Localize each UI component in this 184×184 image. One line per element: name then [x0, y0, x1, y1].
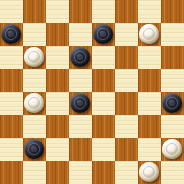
square-r0c3[interactable]: [69, 0, 92, 23]
square-r0c4: [92, 0, 115, 23]
black-man-piece[interactable]: [24, 139, 44, 159]
square-r0c7[interactable]: [161, 0, 184, 23]
square-r0c5[interactable]: [115, 0, 138, 23]
black-man-piece[interactable]: [162, 93, 182, 113]
square-r6c3[interactable]: [69, 138, 92, 161]
piece-groove: [28, 51, 40, 63]
square-r3c1: [23, 69, 46, 92]
black-man-piece[interactable]: [70, 47, 90, 67]
square-r5c4[interactable]: [92, 115, 115, 138]
square-r7c3: [69, 161, 92, 184]
square-r5c1: [23, 115, 46, 138]
square-r0c6: [138, 0, 161, 23]
white-man-piece[interactable]: [24, 47, 44, 67]
square-r5c6[interactable]: [138, 115, 161, 138]
square-r7c6[interactable]: [138, 161, 161, 184]
square-r5c3: [69, 115, 92, 138]
square-r4c3[interactable]: [69, 92, 92, 115]
square-r0c0: [0, 0, 23, 23]
piece-groove: [5, 28, 17, 40]
square-r3c3: [69, 69, 92, 92]
square-r5c7: [161, 115, 184, 138]
black-man-piece[interactable]: [93, 24, 113, 44]
square-r4c2: [46, 92, 69, 115]
square-r0c1[interactable]: [23, 0, 46, 23]
piece-groove: [97, 28, 109, 40]
square-r4c1[interactable]: [23, 92, 46, 115]
square-r1c2[interactable]: [46, 23, 69, 46]
square-r2c4: [92, 46, 115, 69]
square-r4c0: [0, 92, 23, 115]
square-r3c5: [115, 69, 138, 92]
square-r2c0: [0, 46, 23, 69]
square-r6c7[interactable]: [161, 138, 184, 161]
square-r4c4: [92, 92, 115, 115]
square-r5c0[interactable]: [0, 115, 23, 138]
square-r3c4[interactable]: [92, 69, 115, 92]
square-r3c7: [161, 69, 184, 92]
square-r6c1[interactable]: [23, 138, 46, 161]
white-man-piece[interactable]: [24, 93, 44, 113]
square-r1c0[interactable]: [0, 23, 23, 46]
square-r5c5: [115, 115, 138, 138]
white-man-piece[interactable]: [139, 162, 159, 182]
piece-groove: [166, 143, 178, 155]
square-r2c5[interactable]: [115, 46, 138, 69]
square-r0c2: [46, 0, 69, 23]
piece-groove: [74, 51, 86, 63]
square-r6c6: [138, 138, 161, 161]
piece-groove: [143, 28, 155, 40]
checkers-board: [0, 0, 184, 184]
square-r4c7[interactable]: [161, 92, 184, 115]
square-r2c6: [138, 46, 161, 69]
white-man-piece[interactable]: [139, 24, 159, 44]
square-r7c4[interactable]: [92, 161, 115, 184]
square-r7c7: [161, 161, 184, 184]
square-r7c0[interactable]: [0, 161, 23, 184]
square-r1c4[interactable]: [92, 23, 115, 46]
square-r7c5: [115, 161, 138, 184]
square-r2c3[interactable]: [69, 46, 92, 69]
piece-groove: [143, 166, 155, 178]
square-r6c4: [92, 138, 115, 161]
black-man-piece[interactable]: [1, 24, 21, 44]
square-r1c6[interactable]: [138, 23, 161, 46]
square-r6c0: [0, 138, 23, 161]
square-r7c1: [23, 161, 46, 184]
piece-groove: [28, 143, 40, 155]
white-man-piece[interactable]: [162, 139, 182, 159]
square-r1c7: [161, 23, 184, 46]
square-r1c1: [23, 23, 46, 46]
square-r3c2[interactable]: [46, 69, 69, 92]
square-r3c0[interactable]: [0, 69, 23, 92]
square-r3c6[interactable]: [138, 69, 161, 92]
piece-groove: [166, 97, 178, 109]
piece-groove: [28, 97, 40, 109]
square-r1c5: [115, 23, 138, 46]
square-r2c1[interactable]: [23, 46, 46, 69]
square-r6c5[interactable]: [115, 138, 138, 161]
black-man-piece[interactable]: [70, 93, 90, 113]
square-r5c2[interactable]: [46, 115, 69, 138]
square-r2c2: [46, 46, 69, 69]
square-r4c6: [138, 92, 161, 115]
square-r2c7[interactable]: [161, 46, 184, 69]
square-r7c2[interactable]: [46, 161, 69, 184]
piece-groove: [74, 97, 86, 109]
square-r4c5[interactable]: [115, 92, 138, 115]
square-r1c3: [69, 23, 92, 46]
square-r6c2: [46, 138, 69, 161]
